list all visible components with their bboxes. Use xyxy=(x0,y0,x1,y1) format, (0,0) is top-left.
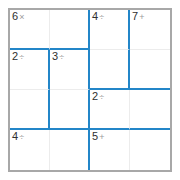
cage-target: 4 xyxy=(92,10,98,22)
cell-r2c4[interactable] xyxy=(130,50,170,90)
cell-r1c3[interactable]: 4÷ xyxy=(90,10,130,50)
cage-target: 5 xyxy=(92,130,98,142)
cell-r3c2[interactable] xyxy=(50,90,90,130)
cage-label: 2÷ xyxy=(12,50,24,64)
cell-r4c2[interactable] xyxy=(50,130,90,170)
kenken-board: 6×4÷7+2÷3÷2÷4÷5+ xyxy=(8,8,172,172)
cell-r1c2[interactable] xyxy=(50,10,90,50)
cage-label: 7+ xyxy=(132,10,144,24)
cage-operator: + xyxy=(99,132,104,142)
cell-r3c4[interactable] xyxy=(130,90,170,130)
cell-r2c2[interactable]: 3÷ xyxy=(50,50,90,90)
cage-target: 7 xyxy=(132,10,138,22)
cage-target: 3 xyxy=(52,50,58,62)
cage-label: 2÷ xyxy=(92,90,104,104)
cage-label: 6× xyxy=(12,10,24,24)
cell-r4c3[interactable]: 5+ xyxy=(90,130,130,170)
cage-target: 2 xyxy=(92,90,98,102)
cell-r1c4[interactable]: 7+ xyxy=(130,10,170,50)
cell-r3c1[interactable] xyxy=(10,90,50,130)
cage-label: 4÷ xyxy=(12,130,24,144)
cage-target: 2 xyxy=(12,50,18,62)
cell-r2c1[interactable]: 2÷ xyxy=(10,50,50,90)
cage-operator: × xyxy=(19,12,24,22)
cell-r4c1[interactable]: 4÷ xyxy=(10,130,50,170)
cage-target: 4 xyxy=(12,130,18,142)
cage-operator: ÷ xyxy=(59,52,64,62)
cage-target: 6 xyxy=(12,10,18,22)
cell-r2c3[interactable] xyxy=(90,50,130,90)
cage-operator: + xyxy=(139,12,144,22)
cage-label: 5+ xyxy=(92,130,104,144)
cage-operator: ÷ xyxy=(19,132,24,142)
cell-r3c3[interactable]: 2÷ xyxy=(90,90,130,130)
cell-r1c1[interactable]: 6× xyxy=(10,10,50,50)
cell-r4c4[interactable] xyxy=(130,130,170,170)
cage-label: 3÷ xyxy=(52,50,64,64)
cage-operator: ÷ xyxy=(99,92,104,102)
cage-operator: ÷ xyxy=(19,52,24,62)
cage-label: 4÷ xyxy=(92,10,104,24)
cage-operator: ÷ xyxy=(99,12,104,22)
